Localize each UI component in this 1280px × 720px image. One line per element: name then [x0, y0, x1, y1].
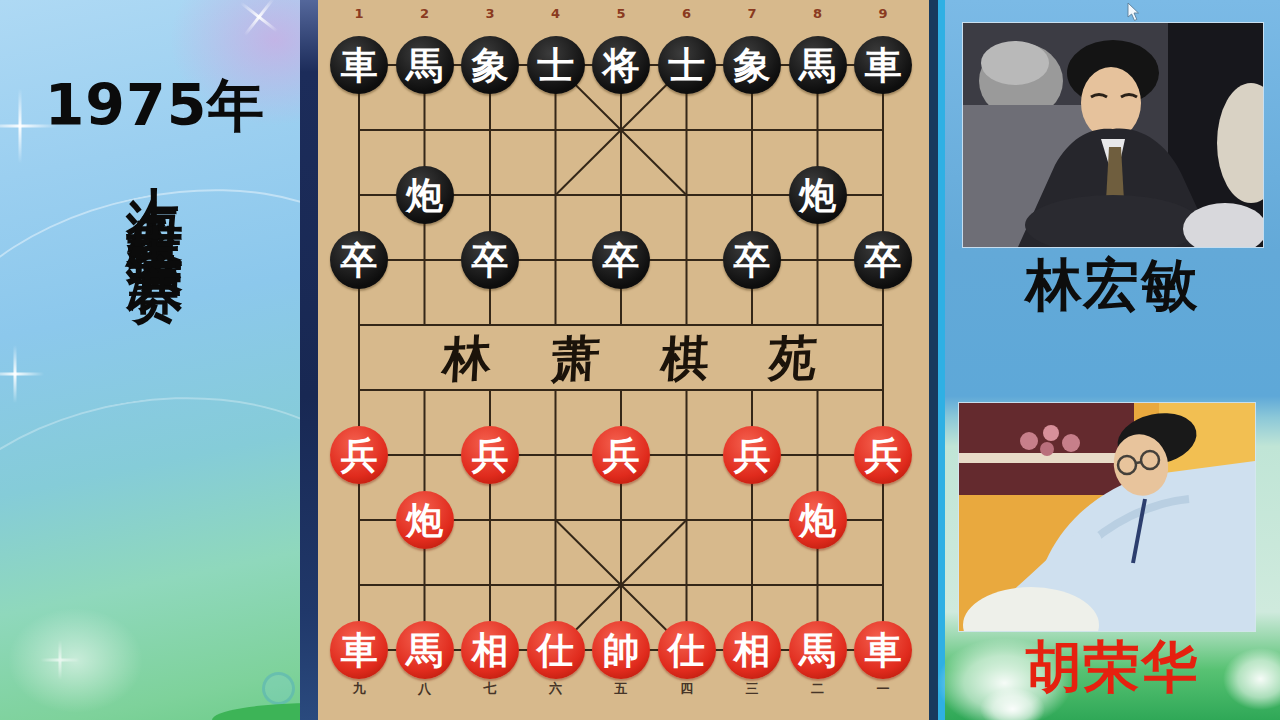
file-label-top: 6: [676, 6, 698, 21]
xiangqi-piece-red[interactable]: 馬: [396, 621, 454, 679]
xiangqi-piece-black[interactable]: 卒: [723, 231, 781, 289]
photo-bottom-scene: [959, 403, 1255, 631]
player-name-bottom: 胡荣华: [945, 630, 1280, 706]
river-char: 苑: [764, 326, 821, 392]
xiangqi-piece-red[interactable]: 兵: [723, 426, 781, 484]
event-year: 1975年: [40, 68, 270, 145]
file-label-bottom: 二: [807, 680, 829, 698]
xiangqi-piece-red[interactable]: 仕: [527, 621, 585, 679]
xiangqi-piece-red[interactable]: 兵: [854, 426, 912, 484]
xiangqi-piece-red[interactable]: 炮: [396, 491, 454, 549]
xiangqi-piece-black[interactable]: 車: [854, 36, 912, 94]
sparkle-icon: [0, 345, 44, 403]
sparkle-icon: [227, 0, 292, 49]
river-char: 林: [438, 326, 495, 392]
xiangqi-piece-black[interactable]: 炮: [789, 166, 847, 224]
event-title-vertical: 上海象棋表演赛: [117, 140, 194, 660]
right-divider-strip: [929, 0, 938, 720]
xiangqi-board[interactable]: 123456789 林萧棋苑 車馬象士将士象馬車炮炮卒卒卒卒卒兵兵兵兵兵炮炮車馬…: [318, 0, 929, 720]
xiangqi-piece-black[interactable]: 卒: [854, 231, 912, 289]
file-label-bottom: 四: [676, 680, 698, 698]
file-label-top: 5: [610, 6, 632, 21]
river-char: 萧: [547, 326, 604, 392]
file-label-bottom: 三: [741, 680, 763, 698]
board-grid: [318, 0, 929, 720]
xiangqi-piece-black[interactable]: 車: [330, 36, 388, 94]
xiangqi-piece-black[interactable]: 象: [723, 36, 781, 94]
photo-top-scene: [963, 23, 1263, 247]
file-label-top: 1: [348, 6, 370, 21]
file-label-bottom: 五: [610, 680, 632, 698]
xiangqi-piece-red[interactable]: 仕: [658, 621, 716, 679]
video-frame: 1975年 上海象棋表演赛: [0, 0, 1280, 720]
xiangqi-piece-red[interactable]: 馬: [789, 621, 847, 679]
file-label-top: 9: [872, 6, 894, 21]
xiangqi-piece-red[interactable]: 兵: [461, 426, 519, 484]
xiangqi-piece-red[interactable]: 兵: [592, 426, 650, 484]
river-char: 棋: [656, 326, 713, 392]
xiangqi-piece-red[interactable]: 車: [854, 621, 912, 679]
file-label-top: 7: [741, 6, 763, 21]
xiangqi-piece-red[interactable]: 兵: [330, 426, 388, 484]
file-label-bottom: 七: [479, 680, 501, 698]
player-photo-top: [962, 22, 1264, 248]
xiangqi-piece-black[interactable]: 将: [592, 36, 650, 94]
xiangqi-piece-red[interactable]: 相: [461, 621, 519, 679]
right-divider-highlight: [938, 0, 945, 720]
event-title-wrap: 上海象棋表演赛: [40, 140, 270, 660]
xiangqi-piece-red[interactable]: 車: [330, 621, 388, 679]
file-label-bottom: 一: [872, 680, 894, 698]
xiangqi-piece-black[interactable]: 卒: [330, 231, 388, 289]
file-label-bottom: 六: [545, 680, 567, 698]
bubble-decoration: [262, 672, 295, 705]
mouse-cursor: [1127, 2, 1141, 22]
xiangqi-piece-black[interactable]: 馬: [396, 36, 454, 94]
xiangqi-piece-red[interactable]: 帥: [592, 621, 650, 679]
xiangqi-piece-red[interactable]: 炮: [789, 491, 847, 549]
file-label-bottom: 八: [414, 680, 436, 698]
xiangqi-piece-black[interactable]: 象: [461, 36, 519, 94]
xiangqi-piece-black[interactable]: 卒: [592, 231, 650, 289]
file-label-top: 2: [414, 6, 436, 21]
xiangqi-piece-red[interactable]: 相: [723, 621, 781, 679]
xiangqi-piece-black[interactable]: 士: [527, 36, 585, 94]
xiangqi-piece-black[interactable]: 馬: [789, 36, 847, 94]
xiangqi-piece-black[interactable]: 卒: [461, 231, 519, 289]
file-label-top: 8: [807, 6, 829, 21]
file-label-bottom: 九: [348, 680, 370, 698]
left-divider-strip: [300, 0, 318, 720]
xiangqi-piece-black[interactable]: 士: [658, 36, 716, 94]
players-panel: 林宏敏 胡荣华: [945, 0, 1280, 720]
player-photo-bottom: [958, 402, 1256, 632]
file-label-top: 4: [545, 6, 567, 21]
player-name-top: 林宏敏: [945, 248, 1280, 324]
xiangqi-piece-black[interactable]: 炮: [396, 166, 454, 224]
file-label-top: 3: [479, 6, 501, 21]
